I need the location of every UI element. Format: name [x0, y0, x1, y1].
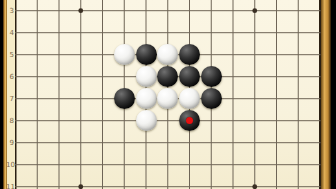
gomoku-board[interactable] [15, 0, 321, 189]
row-label-10: 10 [6, 161, 14, 169]
row-label-7: 7 [6, 95, 14, 103]
row-label-3: 3 [6, 7, 14, 15]
row-label-strip: 34567891011 [7, 0, 15, 189]
last-move-marker-icon [186, 117, 193, 124]
stone-black [136, 44, 157, 65]
row-label-4: 4 [6, 29, 14, 37]
stone-white [114, 44, 135, 65]
stone-black [201, 88, 222, 109]
star-point [78, 8, 83, 13]
row-label-5: 5 [6, 51, 14, 59]
row-label-8: 8 [6, 117, 14, 125]
stone-white [136, 88, 157, 109]
row-label-11: 11 [6, 183, 14, 189]
board-frame-right [321, 0, 331, 189]
row-label-6: 6 [6, 73, 14, 81]
stone-black [201, 66, 222, 87]
star-point [78, 184, 83, 189]
stone-black [114, 88, 135, 109]
letterbox-right-bar [331, 0, 336, 189]
stone-white [136, 110, 157, 131]
letterboxed-frame: 34567891011 [0, 0, 336, 189]
star-point [252, 8, 257, 13]
stone-white [136, 66, 157, 87]
star-point [252, 184, 257, 189]
row-label-9: 9 [6, 139, 14, 147]
